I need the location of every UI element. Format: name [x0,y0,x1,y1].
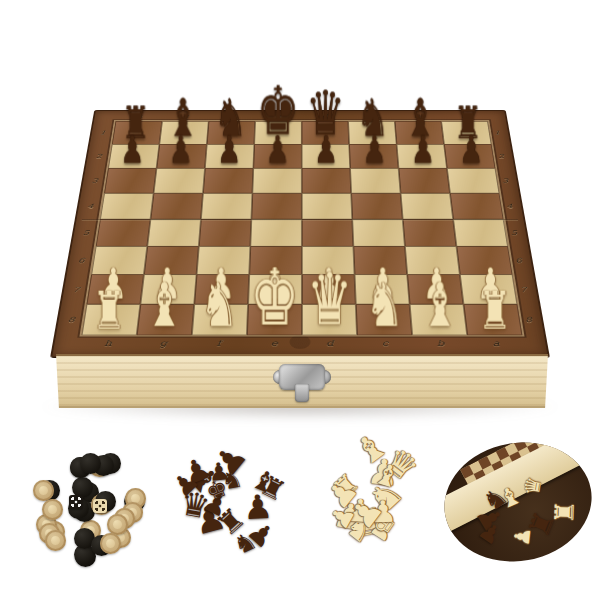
square[interactable] [104,168,156,193]
checker-disc-light [33,480,54,501]
dark-pawn[interactable]: ♟ [265,131,289,169]
dark-pawn[interactable]: ♟ [459,131,483,169]
file-label: b [412,334,470,355]
dark-pawn[interactable]: ♟ [314,131,338,169]
square[interactable]: ♞ [356,304,412,335]
file-label: h [78,334,136,355]
light-queen[interactable]: ♛ [307,264,352,335]
checker-disc-light [107,514,128,535]
square[interactable]: ♜ [82,304,141,335]
metal-clasp[interactable] [279,364,325,390]
square[interactable] [203,168,253,193]
square[interactable] [453,219,508,246]
die-dark [69,495,83,509]
clasp-tongue [295,384,309,402]
die-light [93,499,107,513]
square[interactable] [250,219,302,246]
file-label: c [357,334,414,355]
light-bishop[interactable]: ♝ [420,275,459,336]
square[interactable]: ♟ [349,144,398,168]
square[interactable]: ♝ [137,304,195,335]
dark-pawn[interactable]: ♟ [120,131,144,169]
chess-set-product-photo: hgfedcba 12345678 12345678 hgfedcba ♜♝♞♚… [0,0,600,600]
square[interactable] [399,168,450,193]
square[interactable] [154,168,205,193]
square[interactable] [302,193,352,219]
square[interactable]: ♟ [108,144,159,168]
square[interactable]: ♝ [410,304,468,335]
square[interactable] [147,219,201,246]
light-rook[interactable]: ♜ [478,284,511,336]
file-label: a [467,334,525,355]
light-chess-pieces-pile: ♜♟♞♟♝♟♛♟♚♝♟♞♟♜♟♟ [298,424,440,574]
chess-board-3d: hgfedcba 12345678 12345678 hgfedcba ♜♝♞♚… [50,110,550,358]
file-label: e [246,334,302,355]
square[interactable] [403,219,457,246]
file-labels-bottom: hgfedcba [78,334,525,355]
dark-pawn[interactable]: ♟ [362,131,386,169]
square[interactable]: ♟ [302,144,350,168]
square[interactable] [251,193,301,219]
file-label: f [190,334,247,355]
square[interactable] [450,193,504,219]
dark-pawn[interactable]: ♟ [169,131,193,169]
board-frame: hgfedcba 12345678 12345678 hgfedcba ♜♝♞♚… [50,110,550,358]
square[interactable] [350,168,400,193]
square[interactable] [302,168,351,193]
checker-disc-light [100,533,121,554]
checkers-pile [11,433,153,577]
dark-pawn[interactable]: ♟ [411,131,435,169]
file-label: d [302,334,358,355]
checker-disc-light [45,530,66,551]
square[interactable] [199,219,252,246]
square[interactable] [100,193,154,219]
square[interactable] [447,168,499,193]
square[interactable]: ♛ [302,304,357,335]
square[interactable] [352,219,405,246]
square[interactable]: ♟ [253,144,301,168]
light-rook[interactable]: ♜ [93,284,126,336]
light-knight[interactable]: ♞ [365,275,404,336]
square[interactable]: ♜ [463,304,522,335]
file-label: g [134,334,192,355]
box-photo-pieces: ♟♜♛♟♞♟♝♜ [435,431,600,573]
square[interactable]: ♞ [192,304,248,335]
square[interactable]: ♟ [157,144,207,168]
checker-disc-light [42,499,63,520]
square[interactable] [201,193,252,219]
box-front-edge [56,354,548,408]
square[interactable] [96,219,151,246]
light-queen-in-box: ♛ [522,475,546,497]
square[interactable] [401,193,454,219]
dark-pawn[interactable]: ♟ [217,131,241,169]
square[interactable] [252,168,301,193]
board-fold-seam [82,219,519,221]
light-king[interactable]: ♚ [250,258,300,336]
box-interior-photo: ♟♜♛♟♞♟♝♜ [435,431,600,573]
light-bishop[interactable]: ♝ [145,275,184,336]
square[interactable] [351,193,403,219]
square[interactable]: ♟ [205,144,254,168]
light-knight[interactable]: ♞ [200,275,239,336]
square[interactable]: ♚ [247,304,302,335]
square[interactable]: ♟ [444,144,495,168]
square[interactable] [302,219,354,246]
square[interactable] [150,193,202,219]
board-grid: ♜♝♞♚♛♞♝♜♟♟♟♟♟♟♟♟♟♟♟♟♟♟♟♟♜♝♞♚♛♞♝♜ [82,121,523,335]
square[interactable]: ♟ [397,144,447,168]
dark-chess-pieces-pile: ♜♟♞♟♝♟♛♟♚♝♟♞♟♜♟♟ [158,428,304,578]
